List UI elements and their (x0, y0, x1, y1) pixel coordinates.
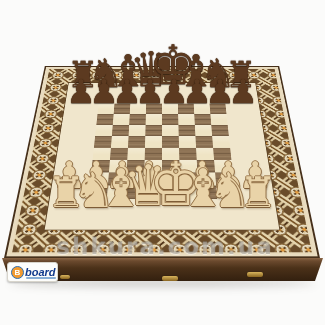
square-a6 (95, 125, 113, 136)
square-a7 (96, 114, 113, 125)
square-g5 (195, 136, 213, 148)
square-d1 (144, 186, 162, 200)
square-c1 (125, 186, 144, 200)
square-g2 (197, 172, 216, 185)
board-marquetry-surface (4, 66, 320, 258)
bboard-logo-subtext (26, 277, 56, 279)
square-c2 (126, 172, 144, 185)
square-c4 (127, 148, 145, 160)
square-c3 (127, 160, 145, 173)
product-photo: ♜♞♝♛♚♝♞♜♟♟♟♟♟♟♟♟♟♟♟♟♟♟♟♟♜♞♝♛♚♝♞♜ shkura.… (0, 0, 325, 325)
square-d5 (145, 136, 162, 148)
square-e8 (162, 104, 178, 114)
square-a4 (93, 148, 111, 160)
brass-hinge-icon (247, 272, 263, 277)
square-b1 (107, 186, 126, 200)
square-e3 (162, 160, 180, 173)
bboard-logo-b-icon: B (11, 266, 24, 279)
square-h1 (216, 186, 236, 200)
square-g1 (198, 186, 217, 200)
square-b8 (114, 104, 131, 114)
square-h8 (210, 104, 227, 114)
square-f4 (179, 148, 197, 160)
square-e6 (162, 125, 179, 136)
playing-field-margin (44, 82, 281, 230)
square-a5 (94, 136, 112, 148)
square-e7 (162, 114, 178, 125)
square-b3 (109, 160, 127, 173)
square-c7 (129, 114, 146, 125)
square-a2 (90, 172, 109, 185)
square-h7 (210, 114, 227, 125)
bboard-logo-text: board (25, 267, 56, 278)
square-h2 (215, 172, 234, 185)
square-f2 (180, 172, 198, 185)
square-b2 (108, 172, 127, 185)
square-d7 (146, 114, 162, 125)
square-f7 (178, 114, 195, 125)
square-f3 (179, 160, 197, 173)
square-a1 (88, 186, 108, 200)
square-f8 (178, 104, 194, 114)
chess-board-3d (4, 66, 320, 258)
square-g4 (196, 148, 214, 160)
square-e5 (162, 136, 179, 148)
square-e4 (162, 148, 179, 160)
square-a8 (98, 104, 115, 114)
square-h6 (211, 125, 229, 136)
square-b7 (113, 114, 130, 125)
brass-hinge-icon (60, 275, 70, 279)
square-d4 (145, 148, 162, 160)
square-d2 (144, 172, 162, 185)
square-g6 (195, 125, 212, 136)
square-f6 (178, 125, 195, 136)
square-g3 (197, 160, 215, 173)
square-f1 (180, 186, 199, 200)
square-h4 (213, 148, 231, 160)
square-a3 (91, 160, 110, 173)
square-h3 (214, 160, 233, 173)
square-b4 (110, 148, 128, 160)
square-e2 (162, 172, 180, 185)
square-f5 (179, 136, 196, 148)
brass-hinge-icon (162, 276, 178, 281)
site-watermark: shkura.com.ua (40, 233, 290, 259)
square-e1 (162, 186, 180, 200)
square-b5 (111, 136, 129, 148)
square-h5 (212, 136, 230, 148)
square-c5 (128, 136, 145, 148)
square-d3 (144, 160, 162, 173)
square-d8 (146, 104, 162, 114)
square-g8 (194, 104, 211, 114)
square-g7 (194, 114, 211, 125)
bboard-logo: B board (7, 262, 58, 282)
square-c8 (130, 104, 146, 114)
square-d6 (145, 125, 162, 136)
square-c6 (129, 125, 146, 136)
square-b6 (112, 125, 129, 136)
chess-board-grid (88, 104, 235, 200)
